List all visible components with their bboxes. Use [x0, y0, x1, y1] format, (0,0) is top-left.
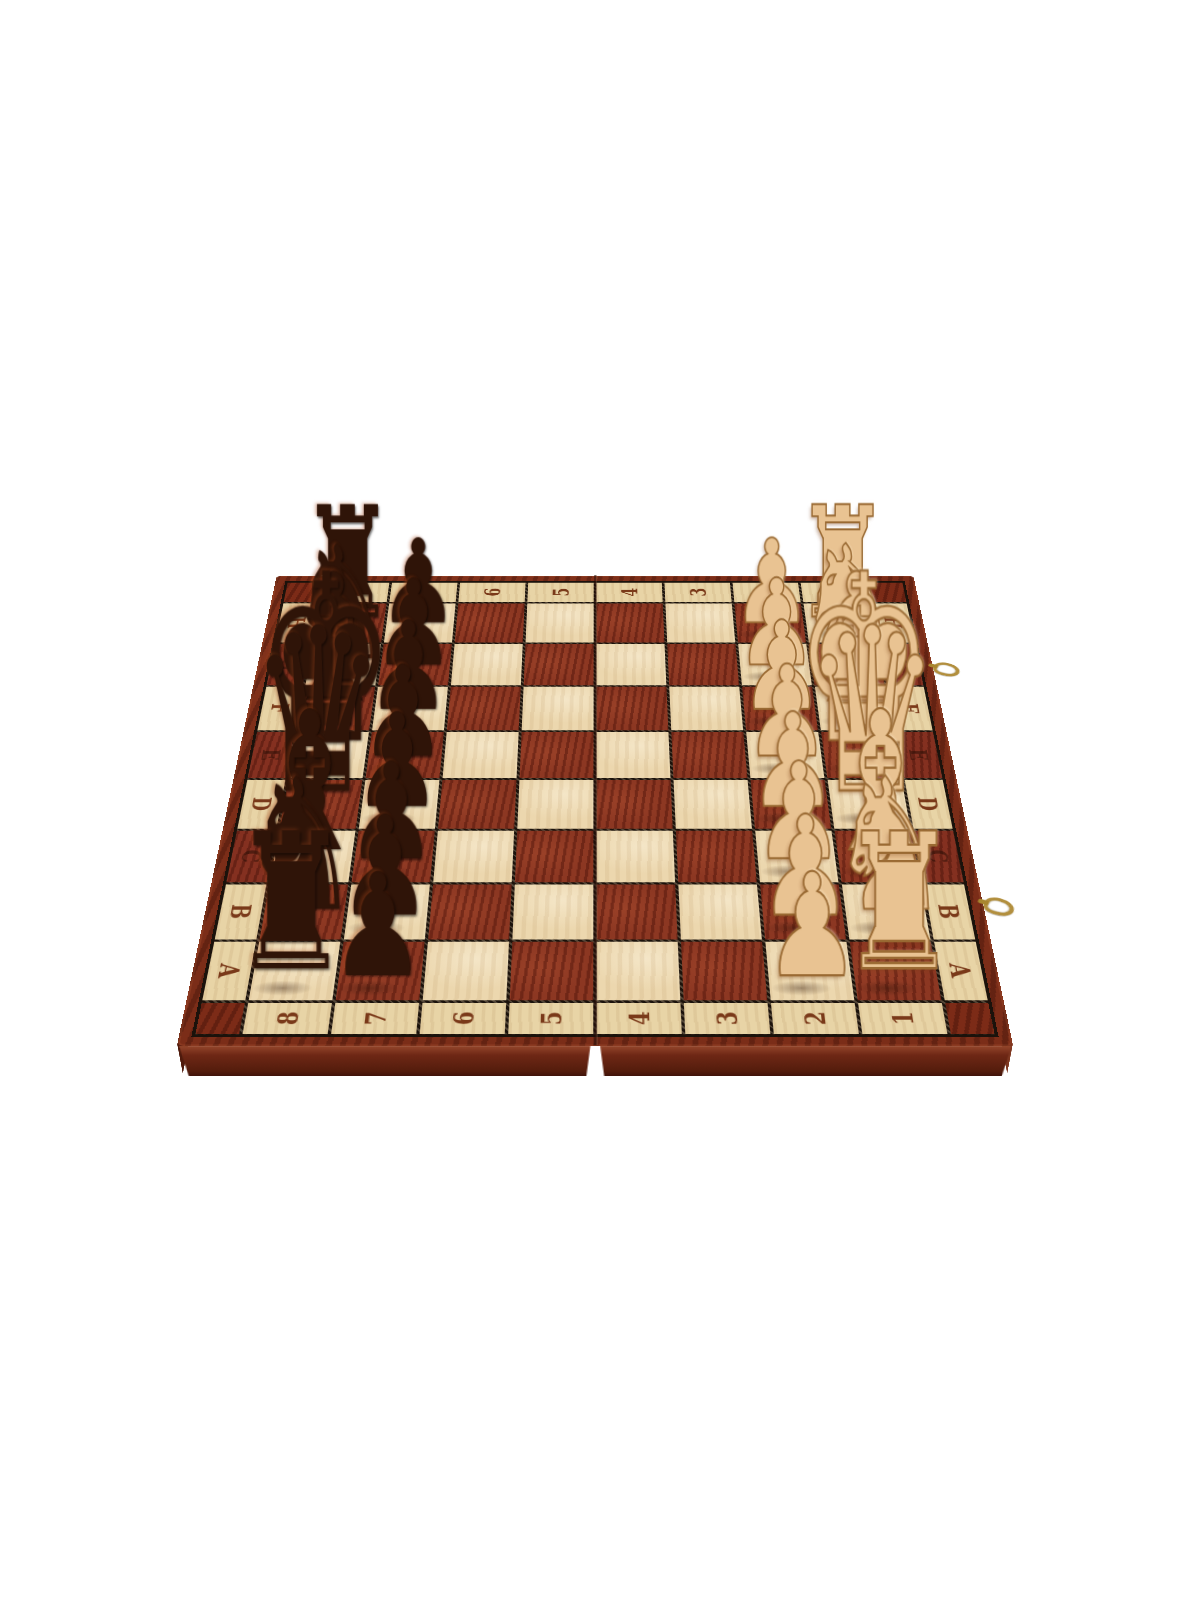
square-a1: ♜: [850, 942, 942, 1001]
square-d6: [438, 780, 516, 829]
coord-rank-6-back: 6: [458, 583, 525, 602]
rank-label: 7: [350, 988, 400, 1050]
square-d4: [597, 780, 673, 829]
rank-label: 2: [790, 988, 840, 1050]
square-g3: [667, 644, 739, 685]
coord-rank-2-front: 2: [771, 1003, 859, 1035]
square-d5: [517, 780, 593, 829]
coord-rank-4-front: 4: [597, 1003, 682, 1035]
square-a4: [597, 942, 681, 1001]
coord-rank-3-back: 3: [664, 583, 731, 602]
square-a3: [681, 942, 767, 1001]
square-a7: ♟: [336, 942, 425, 1001]
square-h4: [596, 603, 664, 642]
square-e5: [520, 732, 594, 778]
square-e3: [671, 732, 747, 778]
rank-label: 4: [617, 988, 662, 1050]
square-b5: [512, 884, 593, 939]
coord-rank-8-front: 8: [243, 1003, 332, 1035]
square-c5: [515, 831, 594, 883]
rank-label: 3: [703, 988, 751, 1050]
rank-label: 8: [261, 988, 314, 1050]
fold-seam: [593, 575, 598, 1045]
square-a5: [510, 942, 594, 1001]
square-f4: [596, 687, 668, 730]
square-c4: [597, 831, 676, 883]
rank-label: 5: [528, 988, 573, 1050]
box-side-front-right: [600, 1046, 1011, 1076]
square-f3: [669, 687, 743, 730]
square-e6: [443, 732, 519, 778]
piece-white-rook-a1: ♜: [839, 808, 958, 997]
coord-rank-5-front: 5: [508, 1003, 593, 1035]
coord-rank-5-back: 5: [527, 583, 593, 602]
square-c6: [433, 831, 514, 883]
box-side-front-left: [179, 1046, 590, 1076]
product-photo-page: 87654321H♜♟♟♜HG♞♟♟♞GF♝♟♟♝FE♚♟♟♚ED♛♟♟♛DC♝…: [0, 0, 1200, 1600]
square-h3: [665, 603, 735, 642]
square-d3: [674, 780, 752, 829]
square-c3: [676, 831, 757, 883]
coord-rank-6-front: 6: [420, 1003, 507, 1035]
square-h6: [455, 603, 525, 642]
frame-corner: [945, 1003, 994, 1035]
square-g4: [596, 644, 666, 685]
square-g6: [451, 644, 523, 685]
rank-label: 6: [439, 988, 487, 1050]
coord-rank-4-back: 4: [596, 583, 662, 602]
square-b6: [428, 884, 512, 939]
square-g5: [524, 644, 594, 685]
clasp-hook-icon: [981, 895, 1017, 919]
square-h5: [526, 603, 594, 642]
frame-corner: [195, 1003, 244, 1035]
square-b3: [678, 884, 762, 939]
coord-rank-3-front: 3: [684, 1003, 771, 1035]
square-f6: [447, 687, 521, 730]
square-f5: [522, 687, 594, 730]
square-b4: [597, 884, 678, 939]
coord-rank-1-front: 1: [858, 1003, 947, 1035]
coord-rank-7-front: 7: [331, 1003, 419, 1035]
chess-board: 87654321H♜♟♟♜HG♞♟♟♞GF♝♟♟♝FE♚♟♟♚ED♛♟♟♛DC♝…: [177, 576, 1013, 1046]
square-a8: ♜: [249, 942, 341, 1001]
piece-black-pawn-a7: ♟: [329, 854, 426, 997]
square-e4: [596, 732, 670, 778]
scene: 87654321H♜♟♟♜HG♞♟♟♞GF♝♟♟♝FE♚♟♟♚ED♛♟♟♛DC♝…: [0, 0, 1200, 1600]
square-a6: [423, 942, 509, 1001]
brass-clasp-bottom: [973, 897, 1016, 918]
